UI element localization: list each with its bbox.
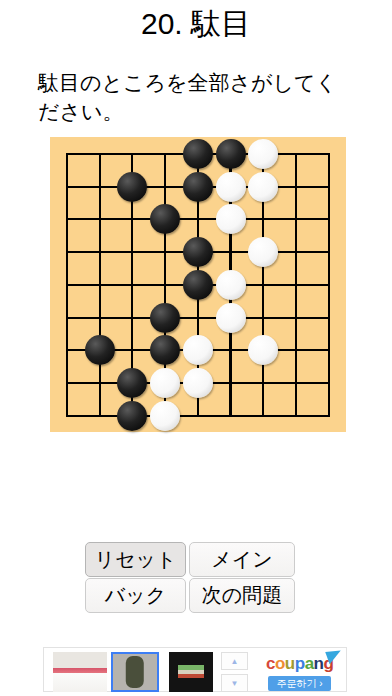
ad-thumb-storage-bench[interactable] xyxy=(53,652,107,692)
white-stone[interactable] xyxy=(216,204,246,234)
back-button[interactable]: バック xyxy=(85,578,186,613)
black-stone[interactable] xyxy=(85,335,115,365)
ad-thumb-food-pouch[interactable] xyxy=(169,652,213,692)
main-button[interactable]: メイン xyxy=(189,542,295,577)
white-stone[interactable] xyxy=(216,270,246,300)
black-stone[interactable] xyxy=(183,270,213,300)
black-stone[interactable] xyxy=(183,172,213,202)
ad-scroll-up-icon[interactable]: ▲ xyxy=(221,652,248,670)
white-stone[interactable] xyxy=(248,172,278,202)
black-stone[interactable] xyxy=(216,139,246,169)
coupang-logo-letter: o xyxy=(275,654,285,673)
coupang-logo-letter: u xyxy=(285,654,295,673)
go-board[interactable] xyxy=(50,137,346,432)
black-stone[interactable] xyxy=(117,172,147,202)
instruction-text: 駄目のところを全部さがしてください。 xyxy=(38,68,356,126)
coupang-logo-letter: a xyxy=(305,654,314,673)
white-stone[interactable] xyxy=(216,303,246,333)
coupang-logo-letter: n xyxy=(314,654,324,673)
coupang-logo[interactable]: coupang xyxy=(266,654,333,674)
black-stone[interactable] xyxy=(183,139,213,169)
white-stone[interactable] xyxy=(183,335,213,365)
page-title: 20. 駄目 xyxy=(0,4,392,45)
reset-button[interactable]: リセット xyxy=(85,542,186,577)
white-stone[interactable] xyxy=(150,368,180,398)
white-stone[interactable] xyxy=(150,401,180,431)
ad-scroll-down-icon[interactable]: ▼ xyxy=(221,674,248,692)
black-stone[interactable] xyxy=(183,237,213,267)
coupang-logo-letter: p xyxy=(295,654,305,673)
next-problem-button[interactable]: 次の問題 xyxy=(189,578,295,613)
ad-banner[interactable]: ▲ ▼ coupang 주문하기 › xyxy=(43,647,347,692)
coupang-plane-icon xyxy=(325,647,344,664)
black-stone[interactable] xyxy=(117,401,147,431)
white-stone[interactable] xyxy=(248,139,278,169)
white-stone[interactable] xyxy=(216,172,246,202)
app-screen: 20. 駄目 駄目のところを全部さがしてください。 リセット メイン バック 次… xyxy=(0,0,392,696)
black-stone[interactable] xyxy=(150,303,180,333)
coupang-logo-letter: c xyxy=(266,654,275,673)
white-stone[interactable] xyxy=(183,368,213,398)
ad-thumb-padded-coat-selected[interactable] xyxy=(111,652,159,692)
ad-order-button[interactable]: 주문하기 › xyxy=(268,676,331,691)
